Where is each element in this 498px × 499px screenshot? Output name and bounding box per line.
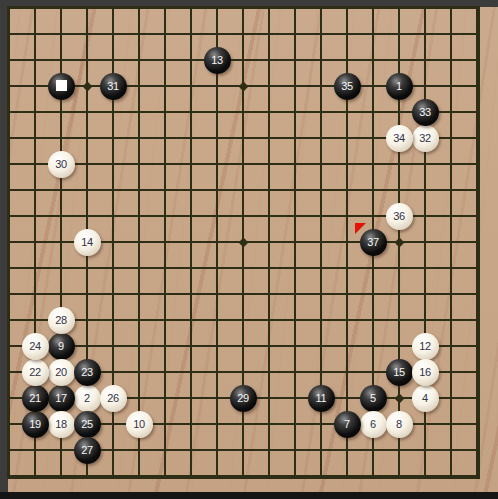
move-number-label: 8	[396, 419, 402, 430]
grid-line	[8, 475, 477, 476]
window-border-bottom	[0, 492, 498, 499]
stone-white-C7[interactable]: 28	[48, 307, 75, 334]
stone-black-B4[interactable]: 21	[22, 385, 49, 412]
move-number-label: 36	[393, 211, 405, 222]
move-number-label: 32	[419, 133, 431, 144]
stone-white-R5[interactable]: 16	[412, 359, 439, 386]
move-number-label: 37	[367, 237, 379, 248]
stone-black-E16[interactable]: 31	[100, 73, 127, 100]
move-number-label: 23	[81, 367, 93, 378]
go-game-window: 1245678910111213141516171819202122232425…	[0, 0, 498, 499]
move-number-label: 31	[107, 81, 119, 92]
grid-line	[476, 7, 477, 476]
move-number-label: 27	[81, 445, 93, 456]
stone-black-D3[interactable]: 25	[74, 411, 101, 438]
move-number-label: 22	[29, 367, 41, 378]
stone-white-Q14[interactable]: 34	[386, 125, 413, 152]
grid-line	[8, 293, 477, 294]
move-number-label: 21	[29, 393, 41, 404]
last-move-triangle-marker	[355, 223, 366, 234]
stone-black-N4[interactable]: 11	[308, 385, 335, 412]
stone-white-B6[interactable]: 24	[22, 333, 49, 360]
stone-black-K4[interactable]: 29	[230, 385, 257, 412]
move-number-label: 1	[396, 81, 402, 92]
move-number-label: 28	[55, 315, 67, 326]
board-grid[interactable]: 1245678910111213141516171819202122232425…	[9, 8, 477, 476]
stone-white-P3[interactable]: 6	[360, 411, 387, 438]
square-marker	[56, 80, 67, 91]
stone-white-C5[interactable]: 20	[48, 359, 75, 386]
stone-white-C3[interactable]: 18	[48, 411, 75, 438]
stone-black-C4[interactable]: 17	[48, 385, 75, 412]
stone-black-D2[interactable]: 27	[74, 437, 101, 464]
grid-line	[268, 7, 269, 476]
move-number-label: 14	[81, 237, 93, 248]
move-number-label: 13	[211, 55, 223, 66]
stone-black-Q16[interactable]: 1	[386, 73, 413, 100]
grid-line	[450, 7, 451, 476]
stone-white-C13[interactable]: 30	[48, 151, 75, 178]
grid-line	[8, 345, 477, 346]
stone-black-O16[interactable]: 35	[334, 73, 361, 100]
move-number-label: 11	[316, 393, 327, 404]
move-number-label: 15	[393, 367, 405, 378]
stone-black-Q5[interactable]: 15	[386, 359, 413, 386]
grid-line	[294, 7, 295, 476]
stone-black-D5[interactable]: 23	[74, 359, 101, 386]
move-number-label: 35	[341, 81, 353, 92]
move-number-label: 29	[237, 393, 249, 404]
stone-white-R4[interactable]: 4	[412, 385, 439, 412]
stone-black-O3[interactable]: 7	[334, 411, 361, 438]
stone-white-D4[interactable]: 2	[74, 385, 101, 412]
move-number-label: 16	[419, 367, 431, 378]
stone-white-E4[interactable]: 26	[100, 385, 127, 412]
stone-white-D10[interactable]: 14	[74, 229, 101, 256]
move-number-label: 6	[370, 419, 376, 430]
stone-white-B5[interactable]: 22	[22, 359, 49, 386]
move-number-label: 17	[55, 393, 67, 404]
stone-black-C6[interactable]: 9	[48, 333, 75, 360]
stone-black-P4[interactable]: 5	[360, 385, 387, 412]
stone-white-R14[interactable]: 32	[412, 125, 439, 152]
move-number-label: 7	[344, 419, 350, 430]
stone-black-B3[interactable]: 19	[22, 411, 49, 438]
move-number-label: 9	[58, 341, 64, 352]
stone-white-Q3[interactable]: 8	[386, 411, 413, 438]
stone-black-C16[interactable]	[48, 73, 75, 100]
move-number-label: 4	[422, 393, 428, 404]
move-number-label: 5	[370, 393, 376, 404]
stone-white-F3[interactable]: 10	[126, 411, 153, 438]
stone-black-P10[interactable]: 37	[360, 229, 387, 256]
move-number-label: 26	[107, 393, 119, 404]
move-number-label: 30	[55, 159, 67, 170]
grid-line	[8, 267, 477, 268]
move-number-label: 19	[29, 419, 41, 430]
stone-white-Q11[interactable]: 36	[386, 203, 413, 230]
move-number-label: 25	[81, 419, 93, 430]
stone-black-R15[interactable]: 33	[412, 99, 439, 126]
grid-line	[8, 319, 477, 320]
stone-white-R6[interactable]: 12	[412, 333, 439, 360]
move-number-label: 20	[55, 367, 67, 378]
move-number-label: 2	[84, 393, 90, 404]
move-number-label: 18	[55, 419, 67, 430]
move-number-label: 24	[29, 341, 41, 352]
move-number-label: 34	[393, 133, 405, 144]
move-number-label: 12	[419, 341, 431, 352]
move-number-label: 33	[419, 107, 431, 118]
stone-black-J17[interactable]: 13	[204, 47, 231, 74]
move-number-label: 10	[133, 419, 145, 430]
